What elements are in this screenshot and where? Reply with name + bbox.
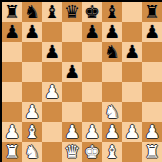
square-c7[interactable] — [42, 22, 62, 42]
square-c3[interactable] — [42, 102, 62, 122]
square-g7[interactable] — [122, 22, 142, 42]
square-e3[interactable] — [82, 102, 102, 122]
piece-white-knight[interactable]: ♞ — [24, 142, 40, 162]
piece-white-queen[interactable]: ♛ — [64, 142, 80, 162]
square-d8[interactable]: ♛ — [62, 2, 82, 22]
square-g6[interactable]: ♟ — [122, 42, 142, 62]
square-d2[interactable]: ♟ — [62, 122, 82, 142]
square-h5[interactable] — [142, 62, 162, 82]
square-g8[interactable] — [122, 2, 142, 22]
square-a8[interactable]: ♜ — [2, 2, 22, 22]
square-f3[interactable]: ♞ — [102, 102, 122, 122]
square-h1[interactable]: ♜ — [142, 142, 162, 162]
square-a1[interactable]: ♜ — [2, 142, 22, 162]
piece-black-knight[interactable]: ♞ — [24, 2, 40, 22]
square-f8[interactable]: ♝ — [102, 2, 122, 22]
piece-white-bishop[interactable]: ♝ — [24, 122, 40, 142]
piece-white-pawn[interactable]: ♟ — [44, 82, 60, 102]
square-b5[interactable] — [22, 62, 42, 82]
square-e6[interactable] — [82, 42, 102, 62]
square-h3[interactable] — [142, 102, 162, 122]
piece-black-pawn[interactable]: ♟ — [104, 22, 120, 42]
square-f4[interactable] — [102, 82, 122, 102]
square-h4[interactable] — [142, 82, 162, 102]
square-d3[interactable] — [62, 102, 82, 122]
piece-white-pawn[interactable]: ♟ — [4, 122, 20, 142]
square-c1[interactable] — [42, 142, 62, 162]
square-d5[interactable]: ♟ — [62, 62, 82, 82]
piece-white-rook[interactable]: ♜ — [144, 142, 160, 162]
piece-white-pawn[interactable]: ♟ — [144, 122, 160, 142]
piece-black-pawn[interactable]: ♟ — [64, 62, 80, 82]
piece-black-queen[interactable]: ♛ — [64, 2, 80, 22]
piece-white-pawn[interactable]: ♟ — [84, 122, 100, 142]
piece-white-pawn[interactable]: ♟ — [24, 102, 40, 122]
square-b8[interactable]: ♞ — [22, 2, 42, 22]
square-f2[interactable]: ♟ — [102, 122, 122, 142]
square-a7[interactable]: ♟ — [2, 22, 22, 42]
square-f6[interactable]: ♞ — [102, 42, 122, 62]
piece-white-pawn[interactable]: ♟ — [64, 122, 80, 142]
square-a6[interactable] — [2, 42, 22, 62]
piece-black-rook[interactable]: ♜ — [144, 2, 160, 22]
piece-white-king[interactable]: ♚ — [84, 142, 100, 162]
square-a3[interactable] — [2, 102, 22, 122]
square-h7[interactable]: ♟ — [142, 22, 162, 42]
square-g2[interactable]: ♟ — [122, 122, 142, 142]
square-g4[interactable] — [122, 82, 142, 102]
chess-board: ♜♞♝♛♚♝♜♟♟♟♟♟♟♞♟♟♟♟♞♟♝♟♟♟♟♟♜♞♛♚♝♜ — [0, 0, 162, 162]
square-e5[interactable] — [82, 62, 102, 82]
piece-black-king[interactable]: ♚ — [84, 2, 100, 22]
square-d1[interactable]: ♛ — [62, 142, 82, 162]
square-f5[interactable] — [102, 62, 122, 82]
piece-black-pawn[interactable]: ♟ — [44, 42, 60, 62]
piece-white-bishop[interactable]: ♝ — [104, 142, 120, 162]
piece-black-pawn[interactable]: ♟ — [144, 22, 160, 42]
square-h8[interactable]: ♜ — [142, 2, 162, 22]
piece-black-pawn[interactable]: ♟ — [4, 22, 20, 42]
square-c8[interactable]: ♝ — [42, 2, 62, 22]
square-b2[interactable]: ♝ — [22, 122, 42, 142]
square-a5[interactable] — [2, 62, 22, 82]
square-c2[interactable] — [42, 122, 62, 142]
square-e2[interactable]: ♟ — [82, 122, 102, 142]
square-e7[interactable]: ♟ — [82, 22, 102, 42]
square-d6[interactable] — [62, 42, 82, 62]
piece-black-bishop[interactable]: ♝ — [44, 2, 60, 22]
square-f7[interactable]: ♟ — [102, 22, 122, 42]
piece-black-pawn[interactable]: ♟ — [24, 22, 40, 42]
square-d4[interactable] — [62, 82, 82, 102]
square-a2[interactable]: ♟ — [2, 122, 22, 142]
square-e1[interactable]: ♚ — [82, 142, 102, 162]
square-b3[interactable]: ♟ — [22, 102, 42, 122]
square-e4[interactable] — [82, 82, 102, 102]
square-b7[interactable]: ♟ — [22, 22, 42, 42]
square-d7[interactable] — [62, 22, 82, 42]
piece-black-bishop[interactable]: ♝ — [104, 2, 120, 22]
square-b1[interactable]: ♞ — [22, 142, 42, 162]
square-g1[interactable] — [122, 142, 142, 162]
square-c5[interactable] — [42, 62, 62, 82]
square-c4[interactable]: ♟ — [42, 82, 62, 102]
square-a4[interactable] — [2, 82, 22, 102]
piece-black-pawn[interactable]: ♟ — [84, 22, 100, 42]
piece-black-knight[interactable]: ♞ — [104, 42, 120, 62]
square-g3[interactable] — [122, 102, 142, 122]
piece-white-knight[interactable]: ♞ — [104, 102, 120, 122]
square-b6[interactable] — [22, 42, 42, 62]
square-b4[interactable] — [22, 82, 42, 102]
square-g5[interactable] — [122, 62, 142, 82]
square-e8[interactable]: ♚ — [82, 2, 102, 22]
square-h6[interactable] — [142, 42, 162, 62]
square-c6[interactable]: ♟ — [42, 42, 62, 62]
piece-black-pawn[interactable]: ♟ — [124, 42, 140, 62]
square-f1[interactable]: ♝ — [102, 142, 122, 162]
piece-white-rook[interactable]: ♜ — [4, 142, 20, 162]
piece-black-rook[interactable]: ♜ — [4, 2, 20, 22]
piece-white-pawn[interactable]: ♟ — [104, 122, 120, 142]
square-h2[interactable]: ♟ — [142, 122, 162, 142]
piece-white-pawn[interactable]: ♟ — [124, 122, 140, 142]
